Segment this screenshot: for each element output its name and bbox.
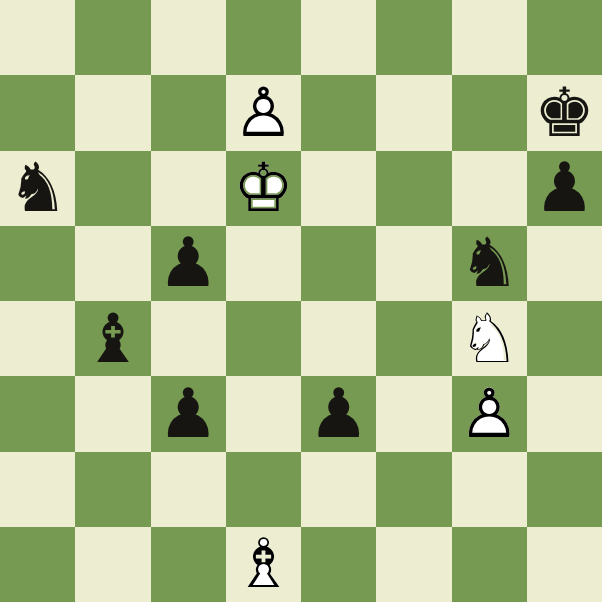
square-d2[interactable] <box>226 452 301 527</box>
square-e3[interactable]: ♟ <box>301 376 376 451</box>
black-pawn[interactable]: ♟ <box>527 151 602 226</box>
square-h4[interactable] <box>527 301 602 376</box>
square-c8[interactable] <box>151 0 226 75</box>
white-knight[interactable]: ♞♘ <box>452 301 527 376</box>
black-knight[interactable]: ♞ <box>0 151 75 226</box>
square-b3[interactable] <box>75 376 150 451</box>
square-e5[interactable] <box>301 226 376 301</box>
black-pawn[interactable]: ♟ <box>151 376 226 451</box>
black-pawn-icon: ♟ <box>301 376 376 451</box>
white-king[interactable]: ♚♔ <box>226 151 301 226</box>
black-knight-icon: ♞ <box>452 226 527 301</box>
black-pawn-icon: ♟ <box>527 151 602 226</box>
black-knight-icon: ♞ <box>0 151 75 226</box>
square-f3[interactable] <box>376 376 451 451</box>
square-b1[interactable] <box>75 527 150 602</box>
black-king-icon: ♚ <box>527 75 602 150</box>
square-f4[interactable] <box>376 301 451 376</box>
square-e1[interactable] <box>301 527 376 602</box>
square-e8[interactable] <box>301 0 376 75</box>
square-d5[interactable] <box>226 226 301 301</box>
square-a1[interactable] <box>0 527 75 602</box>
square-c4[interactable] <box>151 301 226 376</box>
square-a5[interactable] <box>0 226 75 301</box>
square-e6[interactable] <box>301 151 376 226</box>
black-bishop-icon: ♝ <box>75 301 150 376</box>
white-pawn[interactable]: ♟♙ <box>452 376 527 451</box>
square-b7[interactable] <box>75 75 150 150</box>
black-pawn[interactable]: ♟ <box>151 226 226 301</box>
chess-board: ♟♙♚♞♚♔♟♟♞♝♞♘♟♟♟♙♝♗ <box>0 0 602 602</box>
white-pawn-icon: ♙ <box>226 75 301 150</box>
square-b6[interactable] <box>75 151 150 226</box>
square-h2[interactable] <box>527 452 602 527</box>
square-d1[interactable]: ♝♗ <box>226 527 301 602</box>
square-h5[interactable] <box>527 226 602 301</box>
square-g8[interactable] <box>452 0 527 75</box>
square-f7[interactable] <box>376 75 451 150</box>
square-c6[interactable] <box>151 151 226 226</box>
square-d7[interactable]: ♟♙ <box>226 75 301 150</box>
square-a6[interactable]: ♞ <box>0 151 75 226</box>
black-pawn[interactable]: ♟ <box>301 376 376 451</box>
square-f8[interactable] <box>376 0 451 75</box>
square-g4[interactable]: ♞♘ <box>452 301 527 376</box>
square-d8[interactable] <box>226 0 301 75</box>
white-bishop[interactable]: ♝♗ <box>226 527 301 602</box>
square-f2[interactable] <box>376 452 451 527</box>
square-c3[interactable]: ♟ <box>151 376 226 451</box>
square-b5[interactable] <box>75 226 150 301</box>
white-king-icon: ♔ <box>226 151 301 226</box>
square-d3[interactable] <box>226 376 301 451</box>
square-h1[interactable] <box>527 527 602 602</box>
black-pawn-icon: ♟ <box>151 226 226 301</box>
white-knight-icon: ♘ <box>452 301 527 376</box>
black-knight[interactable]: ♞ <box>452 226 527 301</box>
square-h6[interactable]: ♟ <box>527 151 602 226</box>
square-g7[interactable] <box>452 75 527 150</box>
square-d6[interactable]: ♚♔ <box>226 151 301 226</box>
square-a7[interactable] <box>0 75 75 150</box>
black-pawn-icon: ♟ <box>151 376 226 451</box>
black-bishop[interactable]: ♝ <box>75 301 150 376</box>
square-c5[interactable]: ♟ <box>151 226 226 301</box>
square-a4[interactable] <box>0 301 75 376</box>
square-e7[interactable] <box>301 75 376 150</box>
square-e2[interactable] <box>301 452 376 527</box>
square-b8[interactable] <box>75 0 150 75</box>
square-g5[interactable]: ♞ <box>452 226 527 301</box>
square-b2[interactable] <box>75 452 150 527</box>
square-f1[interactable] <box>376 527 451 602</box>
square-h3[interactable] <box>527 376 602 451</box>
square-g2[interactable] <box>452 452 527 527</box>
square-c7[interactable] <box>151 75 226 150</box>
square-a2[interactable] <box>0 452 75 527</box>
square-e4[interactable] <box>301 301 376 376</box>
square-a8[interactable] <box>0 0 75 75</box>
white-bishop-icon: ♗ <box>226 527 301 602</box>
square-c1[interactable] <box>151 527 226 602</box>
square-g1[interactable] <box>452 527 527 602</box>
square-b4[interactable]: ♝ <box>75 301 150 376</box>
white-pawn-icon: ♙ <box>452 376 527 451</box>
black-king[interactable]: ♚ <box>527 75 602 150</box>
square-c2[interactable] <box>151 452 226 527</box>
square-f5[interactable] <box>376 226 451 301</box>
square-a3[interactable] <box>0 376 75 451</box>
square-g6[interactable] <box>452 151 527 226</box>
white-pawn[interactable]: ♟♙ <box>226 75 301 150</box>
square-d4[interactable] <box>226 301 301 376</box>
square-h8[interactable] <box>527 0 602 75</box>
square-h7[interactable]: ♚ <box>527 75 602 150</box>
square-g3[interactable]: ♟♙ <box>452 376 527 451</box>
square-f6[interactable] <box>376 151 451 226</box>
